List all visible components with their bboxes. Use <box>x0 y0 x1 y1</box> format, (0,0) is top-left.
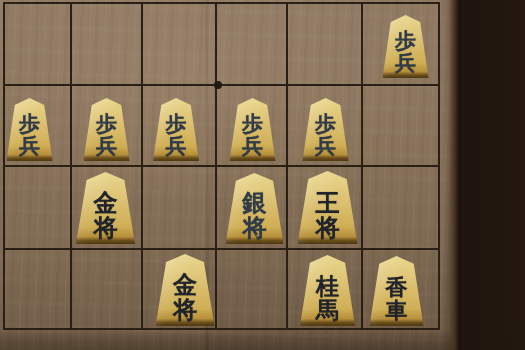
shogi-board-photo: 歩兵歩兵歩兵歩兵歩兵歩兵金将銀将王将金将桂馬香車 <box>0 0 525 350</box>
board-margin-shadow <box>0 0 458 350</box>
board-edge <box>442 0 460 350</box>
